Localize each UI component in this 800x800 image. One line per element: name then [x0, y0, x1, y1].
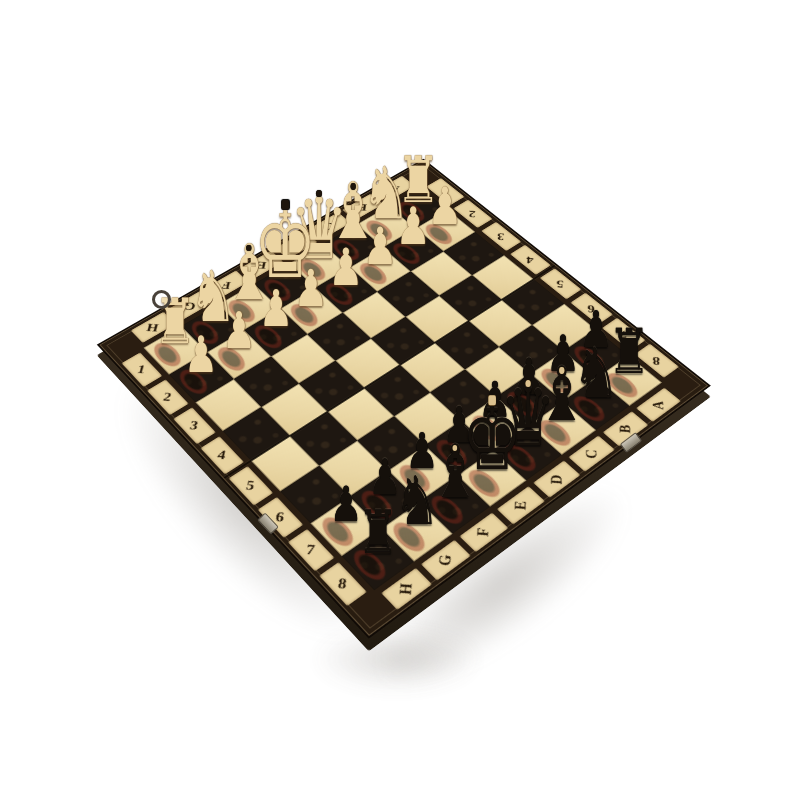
- edge-label-text: 5: [245, 478, 256, 493]
- edge-label-text: 6: [275, 509, 286, 525]
- edge-label-text: C: [583, 448, 601, 458]
- square-e8: [457, 450, 526, 507]
- piece-base-shadow: [499, 440, 542, 476]
- piece-base-shadow: [534, 415, 577, 450]
- edge-label-text: A: [389, 183, 400, 194]
- piece-base-shadow: [347, 545, 392, 586]
- edge-label-text: 4: [527, 254, 534, 266]
- square-f6: [357, 416, 425, 470]
- piece-base-shadow: [174, 365, 213, 398]
- piece-base-shadow: [536, 364, 578, 397]
- board-face: 12345678 12345678 ABCDEFGH ABCDEFGH: [97, 159, 711, 639]
- edge-label-text: G: [183, 299, 197, 312]
- edge-label: 8: [635, 344, 679, 378]
- square-d6: [430, 369, 496, 420]
- file-labels-near-right: ABCDEFGH: [377, 385, 684, 613]
- piece-base-shadow: [355, 486, 398, 524]
- board-floor-shadow: [312, 626, 482, 692]
- square-h7: [310, 497, 381, 557]
- square-h5: [251, 436, 319, 492]
- edge-label-text: 7: [620, 328, 628, 341]
- edge-label-text: 8: [338, 575, 349, 592]
- piece-base-shadow: [148, 339, 186, 371]
- scene: 12345678 12345678 ABCDEFGH ABCDEFGH ♜♞♝♛…: [0, 0, 800, 800]
- edge-label-text: 5: [557, 278, 564, 290]
- square-b8: [563, 378, 630, 430]
- edge-label-text: F: [221, 279, 232, 291]
- square-f8: [420, 475, 490, 533]
- hinge-ring-icon: [152, 290, 171, 309]
- square-g5: [290, 412, 357, 466]
- piece-base-shadow: [212, 343, 251, 375]
- edge-label-text: F: [474, 527, 493, 537]
- square-e7: [425, 421, 493, 476]
- piece-tip-icon: [246, 245, 251, 252]
- edge-label-text: 1: [441, 186, 449, 197]
- piece-base-shadow: [501, 387, 543, 421]
- edge-label-text: H: [146, 321, 161, 334]
- edge-label-text: 1: [136, 363, 147, 377]
- piece-base-shadow: [601, 369, 643, 402]
- edge-label-text: 3: [189, 418, 200, 432]
- piece-base-shadow: [393, 460, 436, 497]
- square-g4: [261, 384, 327, 436]
- square-e6: [394, 392, 461, 445]
- edge-label-text: E: [512, 500, 531, 510]
- square-c7: [496, 374, 562, 426]
- edge-label-text: 2: [469, 208, 477, 219]
- edge-label-text: 4: [217, 448, 228, 463]
- piece-tip-icon: [350, 183, 355, 190]
- square-f4: [299, 361, 364, 412]
- piece-base-shadow: [430, 435, 473, 471]
- edge-label-text: 2: [162, 390, 173, 404]
- chess-board: 12345678 12345678 ABCDEFGH ABCDEFGH: [97, 159, 711, 639]
- edge-label-text: 8: [653, 354, 661, 367]
- edge-label-text: 3: [497, 231, 505, 242]
- square-f5: [328, 388, 395, 441]
- square-h4: [223, 407, 290, 461]
- rank-labels-near-left: 12345678: [118, 350, 371, 610]
- edge-label-text: E: [256, 259, 268, 271]
- edge-label-text: H: [396, 582, 416, 595]
- piece-base-shadow: [425, 491, 469, 529]
- edge-label-text: 6: [588, 302, 595, 315]
- edge-label-text: 7: [306, 542, 317, 559]
- edge-label-text: A: [650, 400, 668, 410]
- square-c8: [528, 401, 596, 454]
- piece-base-shadow: [569, 342, 610, 374]
- square-f7: [388, 445, 457, 501]
- piece-base-shadow: [316, 512, 360, 551]
- square-g8: [381, 502, 452, 562]
- edge-label-text: B: [357, 201, 368, 212]
- board-grid: [143, 188, 662, 591]
- piece-base-shadow: [568, 392, 611, 426]
- square-h3: [195, 379, 261, 431]
- square-h6: [280, 466, 350, 524]
- piece-tip-icon: [316, 190, 322, 198]
- piece-base-shadow: [462, 465, 506, 502]
- square-e5: [364, 365, 430, 416]
- piece-base-shadow: [466, 411, 508, 446]
- piece-base-shadow: [387, 517, 431, 556]
- edge-label-text: D: [548, 474, 566, 485]
- edge-label-text: G: [436, 554, 456, 567]
- square-g7: [350, 471, 420, 529]
- square-d8: [493, 425, 562, 480]
- edge-label-text: B: [617, 424, 635, 433]
- edge-label-text: C: [324, 220, 336, 232]
- square-h8: [342, 529, 414, 591]
- square-g6: [319, 441, 388, 497]
- square-d7: [461, 397, 528, 450]
- edge-label-text: D: [290, 239, 302, 251]
- piece-tip-icon: [281, 200, 289, 210]
